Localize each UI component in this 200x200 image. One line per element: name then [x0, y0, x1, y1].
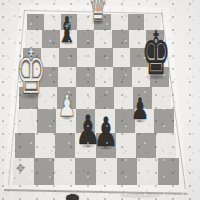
square-c5[interactable]: [58, 67, 76, 87]
square-d5[interactable]: [76, 67, 94, 87]
square-h2[interactable]: [156, 133, 176, 158]
square-f6[interactable]: [113, 48, 131, 67]
square-g1[interactable]: [137, 158, 158, 185]
piece-black-pawn-e2[interactable]: ♟: [93, 113, 118, 153]
square-c1[interactable]: [54, 158, 75, 185]
piece-white-pawn-c3[interactable]: ♟: [58, 92, 76, 121]
square-g2[interactable]: [136, 133, 156, 158]
square-a2[interactable]: [15, 133, 35, 158]
square-f5[interactable]: [113, 67, 131, 87]
piece-black-pawn-g3[interactable]: ♟: [131, 95, 149, 124]
table-smudge: [120, 193, 160, 198]
board-logo-emblem: ✥: [16, 163, 26, 175]
square-f8[interactable]: [111, 14, 128, 31]
square-b2[interactable]: [35, 133, 55, 158]
square-f2[interactable]: [116, 133, 136, 158]
piece-white-queen-e8[interactable]: ♛: [89, 0, 107, 27]
square-c2[interactable]: [55, 133, 75, 158]
square-f7[interactable]: [112, 30, 129, 48]
piece-white-king-a4[interactable]: ♚: [16, 41, 47, 103]
piece-black-king-h5[interactable]: ♚: [141, 25, 170, 84]
square-d1[interactable]: [75, 158, 96, 185]
square-c6[interactable]: [59, 48, 77, 67]
offboard-piece-top: [66, 194, 79, 200]
square-e5[interactable]: [95, 67, 113, 87]
square-b1[interactable]: [34, 158, 55, 185]
square-d7[interactable]: [77, 30, 94, 48]
chessboard-photo-scene: ✥ ······ ♛♝♚♚♟♟♟♟: [0, 0, 200, 200]
square-a8[interactable]: [27, 14, 44, 31]
square-d6[interactable]: [77, 48, 95, 67]
square-h1[interactable]: [158, 158, 179, 185]
square-b3[interactable]: [37, 109, 57, 133]
square-h4[interactable]: [152, 87, 171, 109]
square-e6[interactable]: [95, 48, 113, 67]
square-e7[interactable]: [94, 30, 111, 48]
square-a3[interactable]: [17, 109, 37, 133]
square-f1[interactable]: [117, 158, 138, 185]
piece-black-bishop-c7[interactable]: ♝: [57, 12, 77, 48]
square-e1[interactable]: [96, 158, 117, 185]
square-h3[interactable]: [154, 109, 174, 133]
